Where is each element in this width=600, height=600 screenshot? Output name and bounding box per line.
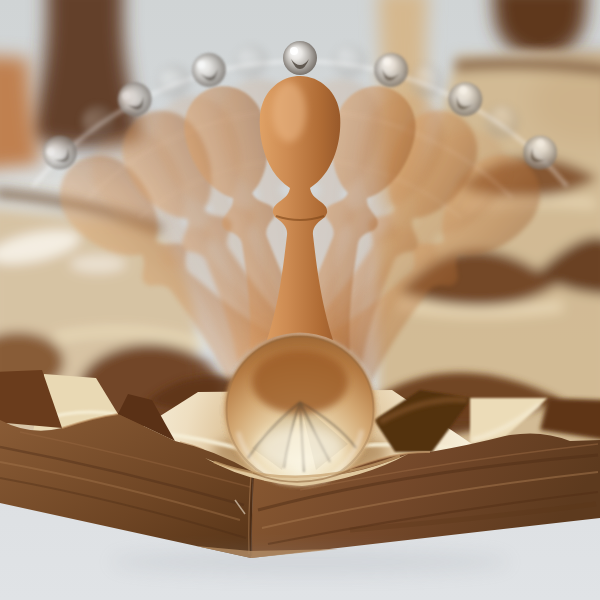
pawn-head-specular — [272, 82, 306, 142]
product-photo-wobble-chess — [0, 0, 600, 600]
board-drop-shadow — [110, 549, 510, 575]
steel-ball — [283, 41, 317, 75]
board-far-edge-right — [455, 64, 600, 70]
